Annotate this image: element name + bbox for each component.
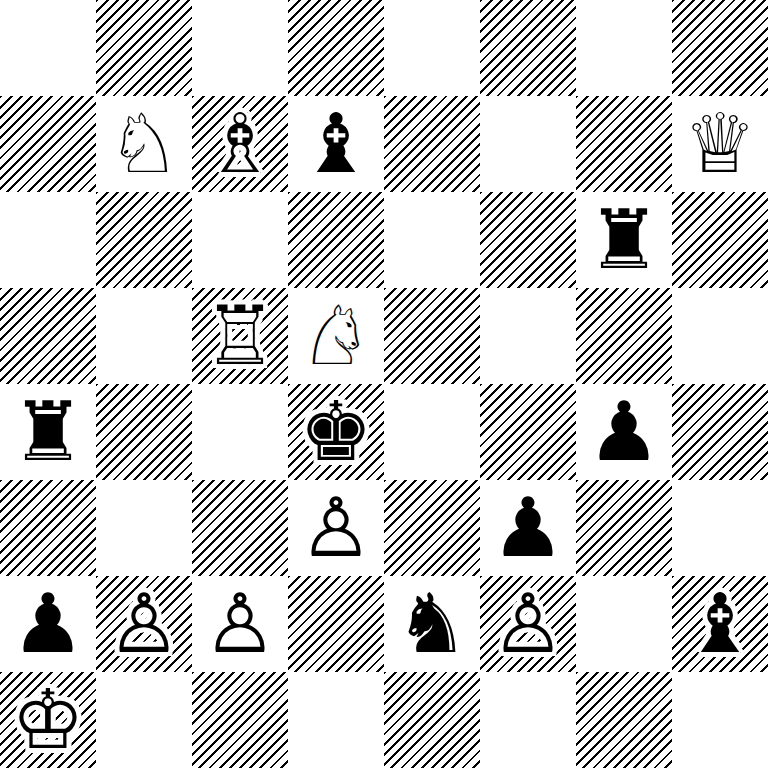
- black-king: ♚: [299, 384, 373, 480]
- square-b4[interactable]: [96, 384, 192, 480]
- square-f4[interactable]: [480, 384, 576, 480]
- square-c1[interactable]: [192, 672, 288, 768]
- square-h2[interactable]: ♝: [672, 576, 768, 672]
- square-b8[interactable]: [96, 0, 192, 96]
- white-knight: ♘: [107, 96, 181, 192]
- square-g3[interactable]: [576, 480, 672, 576]
- black-rook: ♜: [11, 384, 85, 480]
- square-g8[interactable]: [576, 0, 672, 96]
- square-a1[interactable]: ♔: [0, 672, 96, 768]
- square-d7[interactable]: ♝: [288, 96, 384, 192]
- square-e8[interactable]: [384, 0, 480, 96]
- square-c5[interactable]: ♖: [192, 288, 288, 384]
- black-rook: ♜: [587, 192, 661, 288]
- square-c2[interactable]: ♙: [192, 576, 288, 672]
- square-f2[interactable]: ♙: [480, 576, 576, 672]
- chess-board: ♘♗♝♕♜♖♘♜♚♟♙♟♟♙♙♞♙♝♔: [0, 0, 768, 768]
- square-a6[interactable]: [0, 192, 96, 288]
- square-f8[interactable]: [480, 0, 576, 96]
- black-pawn: ♟: [587, 384, 661, 480]
- square-a3[interactable]: [0, 480, 96, 576]
- square-c7[interactable]: ♗: [192, 96, 288, 192]
- square-b3[interactable]: [96, 480, 192, 576]
- white-pawn: ♙: [107, 576, 181, 672]
- black-bishop: ♝: [299, 96, 373, 192]
- square-g2[interactable]: [576, 576, 672, 672]
- square-e7[interactable]: [384, 96, 480, 192]
- black-knight: ♞: [395, 576, 469, 672]
- square-e4[interactable]: [384, 384, 480, 480]
- square-h5[interactable]: [672, 288, 768, 384]
- square-c3[interactable]: [192, 480, 288, 576]
- square-b1[interactable]: [96, 672, 192, 768]
- square-g5[interactable]: [576, 288, 672, 384]
- square-d4[interactable]: ♚: [288, 384, 384, 480]
- square-g7[interactable]: [576, 96, 672, 192]
- square-h4[interactable]: [672, 384, 768, 480]
- white-queen: ♕: [683, 96, 757, 192]
- square-f5[interactable]: [480, 288, 576, 384]
- square-f3[interactable]: ♟: [480, 480, 576, 576]
- square-c8[interactable]: [192, 0, 288, 96]
- square-h3[interactable]: [672, 480, 768, 576]
- square-f7[interactable]: [480, 96, 576, 192]
- white-knight: ♘: [299, 288, 373, 384]
- square-c4[interactable]: [192, 384, 288, 480]
- square-a2[interactable]: ♟: [0, 576, 96, 672]
- square-a4[interactable]: ♜: [0, 384, 96, 480]
- square-d2[interactable]: [288, 576, 384, 672]
- square-b7[interactable]: ♘: [96, 96, 192, 192]
- square-d6[interactable]: [288, 192, 384, 288]
- white-bishop: ♗: [203, 96, 277, 192]
- black-bishop: ♝: [683, 576, 757, 672]
- square-d8[interactable]: [288, 0, 384, 96]
- square-e2[interactable]: ♞: [384, 576, 480, 672]
- square-h7[interactable]: ♕: [672, 96, 768, 192]
- square-d3[interactable]: ♙: [288, 480, 384, 576]
- square-b2[interactable]: ♙: [96, 576, 192, 672]
- square-c6[interactable]: [192, 192, 288, 288]
- square-b6[interactable]: [96, 192, 192, 288]
- square-d1[interactable]: [288, 672, 384, 768]
- square-h8[interactable]: [672, 0, 768, 96]
- white-king: ♔: [11, 672, 85, 768]
- square-g1[interactable]: [576, 672, 672, 768]
- square-e1[interactable]: [384, 672, 480, 768]
- white-pawn: ♙: [203, 576, 277, 672]
- square-b5[interactable]: [96, 288, 192, 384]
- square-a7[interactable]: [0, 96, 96, 192]
- black-pawn: ♟: [491, 480, 565, 576]
- black-pawn: ♟: [11, 576, 85, 672]
- square-f1[interactable]: [480, 672, 576, 768]
- square-e5[interactable]: [384, 288, 480, 384]
- square-e3[interactable]: [384, 480, 480, 576]
- white-rook: ♖: [203, 288, 277, 384]
- square-a8[interactable]: [0, 0, 96, 96]
- square-e6[interactable]: [384, 192, 480, 288]
- square-d5[interactable]: ♘: [288, 288, 384, 384]
- white-pawn: ♙: [491, 576, 565, 672]
- square-h1[interactable]: [672, 672, 768, 768]
- square-f6[interactable]: [480, 192, 576, 288]
- white-pawn: ♙: [299, 480, 373, 576]
- square-h6[interactable]: [672, 192, 768, 288]
- square-g6[interactable]: ♜: [576, 192, 672, 288]
- square-a5[interactable]: [0, 288, 96, 384]
- square-g4[interactable]: ♟: [576, 384, 672, 480]
